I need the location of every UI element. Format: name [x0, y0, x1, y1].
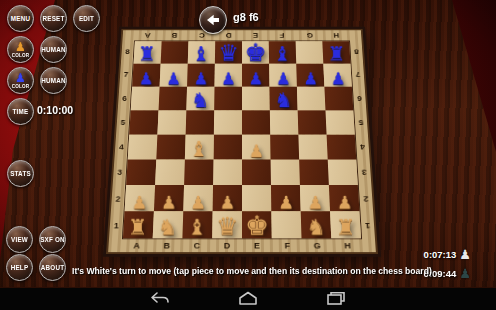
menu-button[interactable]: MENU [7, 5, 34, 32]
black-pawn[interactable]: ♟ [166, 71, 181, 87]
square-d7[interactable]: ♟ [215, 64, 242, 87]
board-coordinate-label: 8 [350, 41, 363, 64]
last-move-text: g8 f6 [233, 11, 259, 23]
white-queen[interactable]: ♛ [216, 214, 238, 239]
white-clock: 0:07:13 ♟ [424, 248, 471, 261]
board-coordinate-label: D [212, 239, 242, 252]
sxf-label: SXF ON [40, 236, 65, 243]
white-clock-time: 0:07:13 [424, 249, 457, 260]
board-coordinate-label: H [322, 30, 349, 40]
white-pawn[interactable]: ♟ [278, 194, 294, 212]
board-coordinate-label: 5 [116, 110, 130, 134]
square-b8[interactable] [161, 41, 189, 63]
black-rook[interactable]: ♜ [328, 44, 346, 64]
square-e3[interactable] [242, 160, 271, 186]
square-e1[interactable]: ♚ [242, 211, 272, 238]
square-e7[interactable]: ♟ [242, 64, 269, 87]
square-h5[interactable] [325, 110, 354, 134]
color-label: COLOR [12, 53, 30, 59]
square-a1[interactable]: ♜ [123, 211, 154, 238]
square-a4[interactable] [128, 135, 158, 160]
square-e5[interactable] [242, 110, 270, 134]
square-h7[interactable]: ♟ [323, 64, 352, 87]
help-button[interactable]: HELP [6, 254, 33, 281]
square-c7[interactable]: ♟ [187, 64, 215, 87]
white-clock-pawn-icon: ♟ [459, 248, 471, 261]
black-bishop[interactable]: ♝ [192, 44, 210, 64]
black-pawn[interactable]: ♟ [221, 71, 236, 87]
android-nav-bar [0, 287, 496, 310]
black-color-button[interactable]: ♟ COLOR [7, 67, 34, 94]
time-button[interactable]: TIME [7, 98, 34, 125]
square-f5[interactable] [270, 110, 299, 134]
help-label: HELP [11, 264, 29, 271]
stats-label: STATS [10, 170, 31, 177]
color-label: COLOR [12, 84, 30, 90]
square-b6[interactable] [159, 87, 188, 111]
back-arrow-icon [205, 12, 221, 28]
square-h1[interactable]: ♜ [330, 211, 361, 238]
white-pawn[interactable]: ♟ [337, 194, 353, 212]
square-g4[interactable] [298, 135, 327, 160]
board-coordinate-label: C [182, 239, 212, 252]
black-bishop[interactable]: ♝ [274, 44, 292, 64]
white-knight[interactable]: ♞ [307, 217, 327, 239]
board-coordinate-label: B [151, 239, 182, 252]
square-a7[interactable]: ♟ [132, 64, 161, 87]
square-c1[interactable]: ♝ [182, 211, 212, 238]
square-g1[interactable]: ♞ [301, 211, 332, 238]
square-f3[interactable] [271, 160, 300, 186]
square-f4[interactable] [270, 135, 299, 160]
reset-label: RESET [43, 15, 65, 22]
white-pawn[interactable]: ♟ [190, 194, 206, 212]
board-coordinate-label: A [134, 30, 161, 40]
square-g2[interactable]: ♟ [300, 185, 330, 211]
black-pawn[interactable]: ♟ [248, 71, 263, 87]
square-c6[interactable]: ♞ [186, 87, 214, 111]
black-king[interactable]: ♚ [245, 40, 267, 64]
board-coordinate-label: F [269, 30, 296, 40]
black-clock-pawn-icon: ♟ [459, 267, 471, 280]
square-g8[interactable] [296, 41, 324, 63]
board-coordinate-label: 1 [360, 212, 375, 239]
square-e8[interactable]: ♚ [242, 41, 269, 63]
square-c4[interactable]: ♝ [185, 135, 214, 160]
nav-back-icon[interactable] [148, 291, 172, 306]
board-coordinate-label: 7 [351, 63, 364, 86]
chess-board[interactable]: ABCDEFGH 87654321 ♜♝♛♚♝♜♟♟♟♟♟♟♟♟♞♞♝♟♟♟♟♟… [106, 29, 378, 254]
white-pawn-icon: ♟ [15, 41, 26, 53]
square-b3[interactable] [155, 160, 185, 186]
square-h8[interactable]: ♜ [322, 41, 350, 63]
edit-label: EDIT [79, 15, 94, 22]
square-d8[interactable]: ♛ [215, 41, 242, 63]
square-e2[interactable] [242, 185, 271, 211]
board-coordinate-label: G [296, 30, 323, 40]
square-b4[interactable] [156, 135, 185, 160]
square-a5[interactable] [129, 110, 158, 134]
square-h2[interactable]: ♟ [329, 185, 360, 211]
white-pawn[interactable]: ♟ [307, 194, 323, 212]
blue-pawn-icon: ♟ [15, 72, 26, 84]
file-labels-top: ABCDEFGH [134, 30, 350, 40]
square-h4[interactable] [327, 135, 357, 160]
square-g3[interactable] [299, 160, 329, 186]
square-a3[interactable] [126, 160, 156, 186]
nav-home-icon[interactable] [236, 291, 260, 306]
board-coordinate-label: 4 [356, 135, 370, 160]
edit-button[interactable]: EDIT [73, 5, 100, 32]
square-f1[interactable] [271, 211, 301, 238]
square-c2[interactable]: ♟ [183, 185, 213, 211]
square-c3[interactable] [184, 160, 213, 186]
board-coordinate-label: 6 [353, 86, 367, 110]
square-a2[interactable]: ♟ [125, 185, 156, 211]
square-d5[interactable] [214, 110, 242, 134]
black-pawn[interactable]: ♟ [276, 71, 291, 87]
white-king[interactable]: ♚ [245, 212, 269, 239]
menu-label: MENU [11, 15, 30, 22]
square-b7[interactable]: ♟ [160, 64, 188, 87]
square-f2[interactable]: ♟ [271, 185, 301, 211]
square-e6[interactable] [242, 87, 270, 111]
square-b5[interactable] [157, 110, 186, 134]
square-a8[interactable]: ♜ [134, 41, 162, 63]
board-coordinate-label: 2 [359, 186, 373, 213]
white-pawn[interactable]: ♟ [249, 143, 264, 160]
sxf-toggle-button[interactable]: SXF ON [39, 226, 66, 253]
board-coordinate-label: A [121, 239, 152, 252]
square-c5[interactable] [186, 110, 215, 134]
app-screen: ABCDEFGH 87654321 ♜♝♛♚♝♜♟♟♟♟♟♟♟♟♞♞♝♟♟♟♟♟… [0, 0, 496, 310]
board-coordinate-label: E [242, 239, 272, 252]
human-label: HUMAN [41, 46, 65, 53]
white-rook[interactable]: ♜ [336, 217, 356, 239]
white-pawn[interactable]: ♟ [131, 194, 147, 212]
square-e4[interactable]: ♟ [242, 135, 271, 160]
white-pawn[interactable]: ♟ [219, 194, 235, 212]
board-squares[interactable]: ♜♝♛♚♝♜♟♟♟♟♟♟♟♟♞♞♝♟♟♟♟♟♟♟♟♜♞♝♛♚♞♜ [122, 41, 362, 240]
view-button[interactable]: VIEW [6, 226, 33, 253]
black-queen[interactable]: ♛ [218, 42, 238, 65]
about-label: ABOUT [41, 264, 64, 271]
time-setting-value: 0:10:00 [37, 104, 73, 116]
white-bishop[interactable]: ♝ [188, 217, 208, 239]
time-label: TIME [13, 108, 29, 115]
square-g5[interactable] [298, 110, 327, 134]
view-label: VIEW [11, 236, 28, 243]
square-d6[interactable] [214, 87, 242, 111]
black-pawn[interactable]: ♟ [139, 71, 154, 87]
board-coordinate-label: 5 [354, 110, 368, 134]
white-pawn[interactable]: ♟ [161, 194, 177, 212]
square-f8[interactable]: ♝ [269, 41, 296, 63]
board-coordinate-label: H [332, 239, 363, 252]
reset-button[interactable]: RESET [40, 5, 67, 32]
file-labels-bottom: ABCDEFGH [121, 239, 363, 252]
black-pawn[interactable]: ♟ [303, 71, 318, 87]
about-button[interactable]: ABOUT [39, 254, 66, 281]
square-f7[interactable]: ♟ [269, 64, 297, 87]
square-c8[interactable]: ♝ [188, 41, 215, 63]
square-d4[interactable] [213, 135, 242, 160]
black-player-type-button[interactable]: HUMAN [40, 67, 67, 94]
human-label: HUMAN [41, 77, 65, 84]
square-b1[interactable]: ♞ [153, 211, 184, 238]
board-coordinate-label: B [161, 30, 188, 40]
black-knight[interactable]: ♞ [191, 90, 209, 110]
board-frame: ABCDEFGH 87654321 ♜♝♛♚♝♜♟♟♟♟♟♟♟♟♞♞♝♟♟♟♟♟… [106, 29, 378, 254]
square-d3[interactable] [213, 160, 242, 186]
square-d1[interactable]: ♛ [212, 211, 242, 238]
undo-button[interactable] [199, 6, 227, 34]
status-message: It's White's turn to move (tap piece to … [72, 266, 432, 276]
black-pawn[interactable]: ♟ [331, 71, 346, 87]
board-coordinate-label: G [302, 239, 333, 252]
square-g7[interactable]: ♟ [296, 64, 324, 87]
white-rook[interactable]: ♜ [128, 217, 148, 239]
board-coordinate-label: 3 [357, 160, 371, 186]
square-h6[interactable] [324, 87, 353, 111]
white-knight[interactable]: ♞ [158, 217, 178, 239]
square-a6[interactable] [131, 87, 160, 111]
stats-button[interactable]: STATS [7, 160, 34, 187]
square-b2[interactable]: ♟ [154, 185, 184, 211]
square-d2[interactable]: ♟ [213, 185, 242, 211]
black-rook[interactable]: ♜ [138, 44, 156, 64]
white-bishop[interactable]: ♝ [190, 139, 209, 160]
white-color-button[interactable]: ♟ COLOR [7, 36, 34, 63]
square-g6[interactable] [297, 87, 326, 111]
black-knight[interactable]: ♞ [275, 90, 293, 110]
black-pawn[interactable]: ♟ [193, 71, 208, 87]
square-h3[interactable] [328, 160, 358, 186]
white-player-type-button[interactable]: HUMAN [40, 36, 67, 63]
square-f6[interactable]: ♞ [269, 87, 297, 111]
nav-recents-icon[interactable] [324, 291, 348, 306]
board-coordinate-label: F [272, 239, 302, 252]
